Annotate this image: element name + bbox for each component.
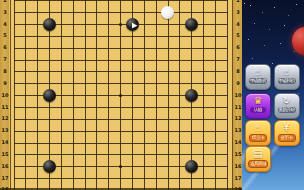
side-panel: ☝申请数棋☝申请和棋♛认输↻重新开始☝提示卡¥金币卡▤道具商城	[242, 0, 304, 190]
grid-line-horizontal	[14, 48, 228, 49]
circular-arrow-icon: ↻	[282, 95, 290, 107]
coin-icon: ¥	[283, 122, 289, 134]
row-label: 7	[0, 57, 10, 62]
restart-label: 重新开始	[278, 107, 296, 113]
grid-line-horizontal	[14, 178, 228, 179]
row-label: 9	[233, 81, 242, 86]
row-labels-left: 12345678910111213141516171819	[0, 0, 11, 190]
black-stone	[126, 18, 139, 31]
row-label: 11	[233, 105, 242, 110]
grid-line-horizontal	[14, 154, 228, 155]
go-game-screen: 12345678910111213141516171819 1234567891…	[0, 0, 304, 190]
row-label: 5	[0, 33, 10, 38]
row-label: 10	[0, 93, 10, 98]
grid-line-horizontal	[14, 0, 228, 1]
last-move-marker-icon	[132, 23, 138, 29]
row-label: 12	[233, 116, 242, 121]
item-shop-card-button[interactable]: ▤道具商城	[245, 146, 271, 172]
black-stone	[185, 89, 198, 102]
row-label: 6	[233, 45, 242, 50]
row-label: 2	[0, 0, 10, 3]
row-label: 12	[0, 116, 10, 121]
star-point	[119, 94, 122, 97]
item-shop-card-label: 道具商城	[248, 160, 268, 168]
resign-button[interactable]: ♛认输	[245, 93, 271, 119]
grid-line-horizontal	[14, 131, 228, 132]
row-label: 13	[233, 128, 242, 133]
board-bottom-edge	[0, 188, 242, 190]
black-stone	[43, 18, 56, 31]
white-stone	[161, 6, 174, 19]
grid-line-horizontal	[14, 60, 228, 61]
grid-line-horizontal	[14, 12, 228, 13]
hint-card-button[interactable]: ☝提示卡	[245, 120, 271, 146]
go-board: 12345678910111213141516171819 1234567891…	[0, 0, 242, 190]
hint-card-label: 提示卡	[249, 134, 267, 142]
black-stone	[43, 160, 56, 173]
black-stone	[43, 89, 56, 102]
row-label: 4	[233, 22, 242, 27]
row-label: 17	[0, 176, 10, 181]
coin-card-button[interactable]: ¥金币卡	[274, 120, 300, 146]
restart-button[interactable]: ↻重新开始	[274, 93, 300, 119]
tap-hand-icon: ☝	[255, 66, 261, 78]
row-label: 10	[233, 93, 242, 98]
grid-line-horizontal	[14, 143, 228, 144]
star-point	[119, 165, 122, 168]
resign-label: 认输	[250, 107, 266, 113]
count-request-button[interactable]: ☝申请数棋	[245, 64, 271, 90]
star-point	[119, 23, 122, 26]
red-planet-icon	[292, 27, 304, 55]
row-label: 3	[233, 10, 242, 15]
row-label: 16	[0, 164, 10, 169]
grid-line-horizontal	[14, 83, 228, 84]
grid-line-horizontal	[14, 107, 228, 108]
grid-line-horizontal	[14, 71, 228, 72]
row-label: 15	[0, 152, 10, 157]
grid-line-horizontal	[14, 36, 228, 37]
row-label: 6	[0, 45, 10, 50]
draw-request-button[interactable]: ☝申请和棋	[274, 64, 300, 90]
row-label: 7	[233, 57, 242, 62]
row-label: 11	[0, 105, 10, 110]
draw-request-label: 申请和棋	[278, 78, 296, 84]
row-label: 9	[0, 81, 10, 86]
grid-line-horizontal	[14, 119, 228, 120]
hint-hand-icon: ☝	[255, 122, 261, 134]
row-label: 3	[0, 10, 10, 15]
row-label: 15	[233, 152, 242, 157]
row-label: 14	[0, 140, 10, 145]
tap-hand-icon: ☝	[283, 66, 289, 78]
black-stone	[185, 160, 198, 173]
coin-card-label: 金币卡	[278, 134, 296, 142]
row-label: 16	[233, 164, 242, 169]
count-request-label: 申请数棋	[249, 78, 267, 84]
go-board-grid[interactable]	[10, 0, 232, 190]
row-label: 14	[233, 140, 242, 145]
row-labels-right: 12345678910111213141516171819	[232, 0, 242, 190]
row-label: 8	[233, 69, 242, 74]
row-label: 17	[233, 176, 242, 181]
gold-plaque-icon: ▤	[253, 148, 262, 160]
black-stone	[185, 18, 198, 31]
crown-icon: ♛	[254, 95, 263, 107]
row-label: 13	[0, 128, 10, 133]
stars-decoration	[244, 3, 245, 4]
row-label: 5	[233, 33, 242, 38]
row-label: 2	[233, 0, 242, 3]
row-label: 8	[0, 69, 10, 74]
row-label: 4	[0, 22, 10, 27]
